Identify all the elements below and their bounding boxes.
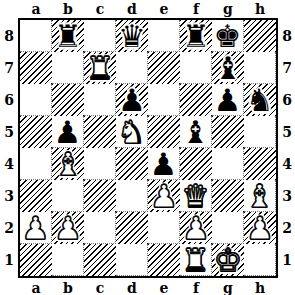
file-label-top-f: f: [180, 1, 212, 17]
file-label-bottom-d: d: [116, 280, 148, 295]
black-rook[interactable]: ♜: [182, 20, 210, 52]
rank-label-left-7: 7: [1, 52, 17, 84]
square-f8[interactable]: ♜: [180, 20, 212, 52]
file-labels-top: abcdefgh: [20, 1, 276, 17]
square-g2[interactable]: [212, 212, 244, 244]
white-bishop[interactable]: ♝: [246, 180, 274, 212]
square-d4[interactable]: [116, 148, 148, 180]
square-d7[interactable]: [116, 52, 148, 84]
rank-label-left-4: 4: [1, 148, 17, 180]
white-pawn[interactable]: ♟: [54, 212, 82, 244]
square-c4[interactable]: [84, 148, 116, 180]
square-e2[interactable]: [148, 212, 180, 244]
square-f1[interactable]: ♜: [180, 244, 212, 276]
square-c8[interactable]: [84, 20, 116, 52]
square-e6[interactable]: [148, 84, 180, 116]
square-h7[interactable]: [244, 52, 276, 84]
square-c6[interactable]: [84, 84, 116, 116]
square-h5[interactable]: [244, 116, 276, 148]
file-label-bottom-e: e: [148, 280, 180, 295]
square-d6[interactable]: ♟: [116, 84, 148, 116]
square-e8[interactable]: [148, 20, 180, 52]
file-label-top-b: b: [52, 1, 84, 17]
square-f7[interactable]: [180, 52, 212, 84]
rank-label-left-1: 1: [1, 244, 17, 276]
white-bishop[interactable]: ♝: [54, 148, 82, 180]
square-c5[interactable]: [84, 116, 116, 148]
white-rook[interactable]: ♜: [182, 244, 210, 276]
square-d3[interactable]: [116, 180, 148, 212]
chess-board: ♜♛♜♚♜♝♟♟♞♟♞♝♝♟♟♛♝♟♟♟♟♜♚: [18, 18, 278, 278]
square-h6[interactable]: ♞: [244, 84, 276, 116]
square-d5[interactable]: ♞: [116, 116, 148, 148]
white-queen[interactable]: ♛: [182, 180, 210, 212]
square-b1[interactable]: [52, 244, 84, 276]
file-label-top-g: g: [212, 1, 244, 17]
rank-label-right-6: 6: [279, 84, 295, 116]
square-a3[interactable]: [20, 180, 52, 212]
file-label-top-d: d: [116, 1, 148, 17]
rank-label-right-8: 8: [279, 20, 295, 52]
rank-label-right-2: 2: [279, 212, 295, 244]
square-g8[interactable]: ♚: [212, 20, 244, 52]
file-label-bottom-g: g: [212, 280, 244, 295]
rank-label-right-3: 3: [279, 180, 295, 212]
white-knight[interactable]: ♞: [118, 116, 146, 148]
square-f2[interactable]: ♟: [180, 212, 212, 244]
white-pawn[interactable]: ♟: [182, 212, 210, 244]
black-queen[interactable]: ♛: [118, 20, 146, 52]
square-c7[interactable]: ♜: [84, 52, 116, 84]
black-king[interactable]: ♚: [214, 20, 242, 52]
square-d1[interactable]: [116, 244, 148, 276]
square-a5[interactable]: [20, 116, 52, 148]
rank-label-right-5: 5: [279, 116, 295, 148]
square-a8[interactable]: [20, 20, 52, 52]
black-knight[interactable]: ♞: [246, 84, 274, 116]
square-f6[interactable]: [180, 84, 212, 116]
black-pawn[interactable]: ♟: [150, 148, 178, 180]
square-b4[interactable]: ♝: [52, 148, 84, 180]
file-labels-bottom: abcdefgh: [20, 280, 276, 295]
white-king[interactable]: ♚: [214, 244, 242, 276]
square-b3[interactable]: [52, 180, 84, 212]
file-label-top-e: e: [148, 1, 180, 17]
chess-diagram: abcdefgh 87654321 ♜♛♜♚♜♝♟♟♞♟♞♝♝♟♟♛♝♟♟♟♟♜…: [0, 0, 295, 295]
file-label-bottom-h: h: [244, 280, 276, 295]
rank-label-left-6: 6: [1, 84, 17, 116]
square-h4[interactable]: [244, 148, 276, 180]
square-g5[interactable]: [212, 116, 244, 148]
white-pawn[interactable]: ♟: [246, 212, 274, 244]
square-e5[interactable]: [148, 116, 180, 148]
black-bishop[interactable]: ♝: [182, 116, 210, 148]
white-pawn[interactable]: ♟: [150, 180, 178, 212]
square-d2[interactable]: [116, 212, 148, 244]
square-a2[interactable]: ♟: [20, 212, 52, 244]
rank-label-left-2: 2: [1, 212, 17, 244]
square-f5[interactable]: ♝: [180, 116, 212, 148]
square-g3[interactable]: [212, 180, 244, 212]
square-f3[interactable]: ♛: [180, 180, 212, 212]
square-a1[interactable]: [20, 244, 52, 276]
rank-label-left-3: 3: [1, 180, 17, 212]
square-b2[interactable]: ♟: [52, 212, 84, 244]
square-f4[interactable]: [180, 148, 212, 180]
file-label-top-c: c: [84, 1, 116, 17]
black-rook[interactable]: ♜: [54, 20, 82, 52]
black-pawn[interactable]: ♟: [54, 116, 82, 148]
file-label-bottom-f: f: [180, 280, 212, 295]
file-label-bottom-b: b: [52, 280, 84, 295]
file-label-bottom-a: a: [20, 280, 52, 295]
rank-label-left-5: 5: [1, 116, 17, 148]
file-label-bottom-c: c: [84, 280, 116, 295]
rank-label-right-7: 7: [279, 52, 295, 84]
square-h2[interactable]: ♟: [244, 212, 276, 244]
rank-labels-right: 87654321: [279, 20, 295, 276]
square-b6[interactable]: [52, 84, 84, 116]
rank-label-right-1: 1: [279, 244, 295, 276]
square-g1[interactable]: ♚: [212, 244, 244, 276]
white-pawn[interactable]: ♟: [22, 212, 50, 244]
file-label-top-a: a: [20, 1, 52, 17]
square-b7[interactable]: [52, 52, 84, 84]
square-e7[interactable]: [148, 52, 180, 84]
square-c3[interactable]: [84, 180, 116, 212]
square-b8[interactable]: ♜: [52, 20, 84, 52]
rank-label-right-4: 4: [279, 148, 295, 180]
square-d8[interactable]: ♛: [116, 20, 148, 52]
square-e1[interactable]: [148, 244, 180, 276]
white-rook[interactable]: ♜: [86, 52, 114, 84]
black-pawn[interactable]: ♟: [214, 84, 242, 116]
square-h1[interactable]: [244, 244, 276, 276]
square-g7[interactable]: ♝: [212, 52, 244, 84]
square-h3[interactable]: ♝: [244, 180, 276, 212]
square-c2[interactable]: [84, 212, 116, 244]
black-bishop[interactable]: ♝: [214, 52, 242, 84]
square-a7[interactable]: [20, 52, 52, 84]
square-b5[interactable]: ♟: [52, 116, 84, 148]
square-g4[interactable]: [212, 148, 244, 180]
black-pawn[interactable]: ♟: [118, 84, 146, 116]
square-a4[interactable]: [20, 148, 52, 180]
square-e4[interactable]: ♟: [148, 148, 180, 180]
file-label-top-h: h: [244, 1, 276, 17]
square-c1[interactable]: [84, 244, 116, 276]
square-e3[interactable]: ♟: [148, 180, 180, 212]
square-h8[interactable]: [244, 20, 276, 52]
rank-labels-left: 87654321: [1, 20, 17, 276]
rank-label-left-8: 8: [1, 20, 17, 52]
square-a6[interactable]: [20, 84, 52, 116]
square-g6[interactable]: ♟: [212, 84, 244, 116]
